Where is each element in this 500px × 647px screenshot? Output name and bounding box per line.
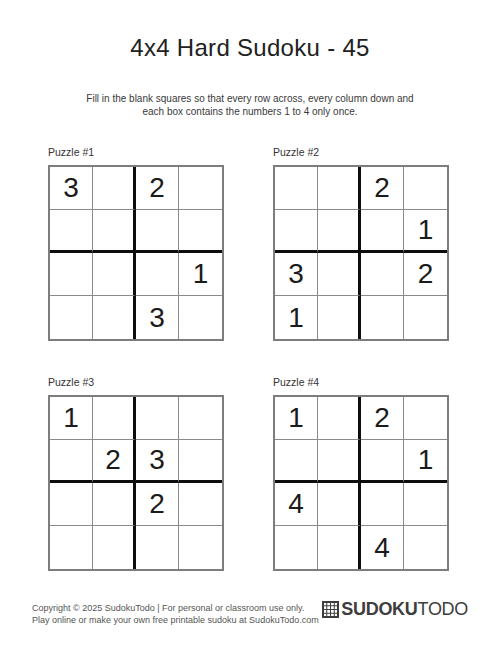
sudoku-cell-r1c2 (93, 397, 136, 440)
sudoku-cell-r1c1: 1 (50, 397, 93, 440)
sudoku-cell-r4c2 (318, 296, 361, 339)
sudoku-cell-r1c4 (179, 397, 222, 440)
sudoku-cell-r3c3: 2 (136, 483, 179, 526)
sudoku-cell-r4c2 (93, 526, 136, 569)
puzzle-3: Puzzle #3 1232 (48, 376, 224, 571)
sudoku-cell-r3c4: 2 (404, 253, 447, 296)
logo-text-sudoku: SUDOKU (341, 599, 417, 620)
sudoku-cell-r2c4: 1 (404, 210, 447, 253)
sudoku-cell-r3c3 (361, 253, 404, 296)
sudoku-cell-r3c2 (93, 483, 136, 526)
sudoku-cell-r3c1 (50, 483, 93, 526)
sudoku-cell-r1c3: 2 (361, 167, 404, 210)
sudoku-cell-r2c2 (318, 210, 361, 253)
sudoku-cell-r4c4 (404, 296, 447, 339)
sudoku-grid-icon (322, 601, 339, 618)
puzzle-2-label: Puzzle #2 (273, 146, 449, 159)
instructions-line-1: Fill in the blank squares so that every … (0, 92, 500, 105)
puzzle-4: Puzzle #4 12144 (273, 376, 449, 571)
puzzle-1: Puzzle #1 3213 (48, 146, 224, 341)
sudoku-cell-r4c3: 3 (136, 296, 179, 339)
sudoku-cell-r2c2 (93, 210, 136, 253)
sudoku-cell-r2c4 (179, 210, 222, 253)
sudoku-board-4: 12144 (273, 395, 449, 571)
sudoku-cell-r2c3 (361, 440, 404, 483)
puzzle-3-label: Puzzle #3 (48, 376, 224, 389)
sudoku-board-2: 21321 (273, 165, 449, 341)
sudoku-cell-r1c1: 1 (275, 397, 318, 440)
sudoku-cell-r1c3: 2 (361, 397, 404, 440)
sudoku-cell-r3c4 (404, 483, 447, 526)
sudoku-cell-r1c3: 2 (136, 167, 179, 210)
page-title: 4x4 Hard Sudoku - 45 (0, 34, 500, 62)
footer-copyright-line-1: Copyright © 2025 SudokuTodo | For person… (32, 603, 319, 615)
instructions-line-2: each box contains the numbers 1 to 4 onl… (0, 105, 500, 118)
sudoku-cell-r1c1 (275, 167, 318, 210)
sudoku-cell-r2c3: 3 (136, 440, 179, 483)
sudoku-cell-r4c3: 4 (361, 526, 404, 569)
sudoku-cell-r3c4: 1 (179, 253, 222, 296)
sudoku-cell-r2c1 (50, 440, 93, 483)
sudoku-cell-r4c1 (50, 526, 93, 569)
sudoku-cell-r2c1 (50, 210, 93, 253)
sudokutodo-logo: SUDOKU TODO (322, 600, 468, 619)
sudoku-cell-r3c1 (50, 253, 93, 296)
sudoku-cell-r4c4 (179, 296, 222, 339)
sudoku-cell-r2c3 (361, 210, 404, 253)
sudoku-cell-r4c3 (136, 526, 179, 569)
logo-text-todo: TODO (418, 599, 468, 620)
sudoku-cell-r1c3 (136, 397, 179, 440)
printable-sudoku-page: 4x4 Hard Sudoku - 45 Fill in the blank s… (0, 0, 500, 647)
sudoku-cell-r1c2 (318, 167, 361, 210)
sudoku-cell-r4c3 (361, 296, 404, 339)
sudoku-cell-r1c4 (404, 167, 447, 210)
sudoku-cell-r1c4 (404, 397, 447, 440)
sudoku-cell-r4c2 (318, 526, 361, 569)
footer-copyright-line-2: Play online or make your own free printa… (32, 615, 319, 627)
sudoku-board-3: 1232 (48, 395, 224, 571)
sudoku-cell-r4c1: 1 (275, 296, 318, 339)
sudoku-cell-r3c2 (318, 483, 361, 526)
sudoku-cell-r1c4 (179, 167, 222, 210)
sudoku-cell-r3c2 (318, 253, 361, 296)
sudoku-cell-r2c2 (318, 440, 361, 483)
sudoku-cell-r3c3 (361, 483, 404, 526)
sudoku-cell-r1c2 (318, 397, 361, 440)
sudoku-cell-r3c1: 3 (275, 253, 318, 296)
sudoku-cell-r2c1 (275, 210, 318, 253)
puzzle-4-label: Puzzle #4 (273, 376, 449, 389)
sudoku-cell-r3c1: 4 (275, 483, 318, 526)
sudoku-cell-r2c4: 1 (404, 440, 447, 483)
puzzle-2: Puzzle #2 21321 (273, 146, 449, 341)
instructions: Fill in the blank squares so that every … (0, 92, 500, 118)
sudoku-cell-r4c1 (50, 296, 93, 339)
sudoku-cell-r4c4 (404, 526, 447, 569)
sudoku-cell-r1c2 (93, 167, 136, 210)
sudoku-cell-r4c2 (93, 296, 136, 339)
footer-copyright: Copyright © 2025 SudokuTodo | For person… (32, 603, 319, 626)
sudoku-cell-r3c2 (93, 253, 136, 296)
sudoku-cell-r3c3 (136, 253, 179, 296)
sudoku-cell-r2c4 (179, 440, 222, 483)
sudoku-cell-r2c3 (136, 210, 179, 253)
puzzle-1-label: Puzzle #1 (48, 146, 224, 159)
sudoku-cell-r1c1: 3 (50, 167, 93, 210)
sudoku-cell-r2c1 (275, 440, 318, 483)
sudoku-cell-r4c1 (275, 526, 318, 569)
sudoku-cell-r3c4 (179, 483, 222, 526)
sudoku-board-1: 3213 (48, 165, 224, 341)
sudoku-cell-r2c2: 2 (93, 440, 136, 483)
sudoku-cell-r4c4 (179, 526, 222, 569)
